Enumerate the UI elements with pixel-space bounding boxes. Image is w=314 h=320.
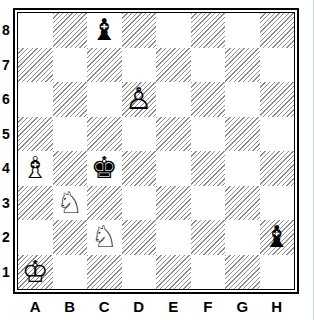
square-g4[interactable] [225,151,260,186]
square-b2[interactable] [53,220,88,255]
square-h8[interactable] [260,13,295,48]
square-c6[interactable] [87,82,122,117]
square-d1[interactable] [122,255,157,290]
square-b7[interactable] [53,48,88,83]
board-inner-border: ♝♙♗♚♘♘♝♔ [17,12,295,290]
piece-black-king: ♚ [91,151,118,186]
file-label-a: A [18,295,53,317]
square-c1[interactable] [87,255,122,290]
square-b8[interactable] [53,13,88,48]
square-g7[interactable] [225,48,260,83]
square-h6[interactable] [260,82,295,117]
square-d2[interactable] [122,220,157,255]
file-label-b: B [53,295,88,317]
square-g5[interactable] [225,117,260,152]
square-g8[interactable] [225,13,260,48]
rank-label-5: 5 [0,117,12,152]
square-e5[interactable] [156,117,191,152]
piece-white-bishop: ♗ [22,151,49,186]
piece-white-king: ♔ [22,255,49,290]
square-f1[interactable] [191,255,226,290]
square-b5[interactable] [53,117,88,152]
file-label-g: G [225,295,260,317]
square-e8[interactable] [156,13,191,48]
square-c4[interactable]: ♚ [87,151,122,186]
square-f3[interactable] [191,186,226,221]
square-b6[interactable] [53,82,88,117]
square-h4[interactable] [260,151,295,186]
square-a4[interactable]: ♗ [18,151,53,186]
square-a3[interactable] [18,186,53,221]
file-label-e: E [156,295,191,317]
chess-diagram: 87654321 ♝♙♗♚♘♘♝♔ ABCDEFGH [0,0,314,320]
square-b1[interactable] [53,255,88,290]
file-label-c: C [87,295,122,317]
square-d6[interactable]: ♙ [122,82,157,117]
rank-labels: 87654321 [0,13,12,289]
square-a2[interactable] [18,220,53,255]
piece-white-knight: ♘ [56,186,83,221]
square-f8[interactable] [191,13,226,48]
square-c7[interactable] [87,48,122,83]
square-d5[interactable] [122,117,157,152]
square-e6[interactable] [156,82,191,117]
square-g3[interactable] [225,186,260,221]
square-b4[interactable] [53,151,88,186]
rank-label-7: 7 [0,48,12,83]
rank-label-2: 2 [0,220,12,255]
square-h5[interactable] [260,117,295,152]
square-c5[interactable] [87,117,122,152]
square-a1[interactable]: ♔ [18,255,53,290]
square-g1[interactable] [225,255,260,290]
square-a7[interactable] [18,48,53,83]
square-e4[interactable] [156,151,191,186]
square-f4[interactable] [191,151,226,186]
piece-white-knight: ♘ [91,220,118,255]
square-a6[interactable] [18,82,53,117]
square-h3[interactable] [260,186,295,221]
square-d7[interactable] [122,48,157,83]
square-b3[interactable]: ♘ [53,186,88,221]
square-c2[interactable]: ♘ [87,220,122,255]
piece-white-pawn: ♙ [125,82,152,117]
square-g6[interactable] [225,82,260,117]
square-e7[interactable] [156,48,191,83]
square-f7[interactable] [191,48,226,83]
square-g2[interactable] [225,220,260,255]
square-c8[interactable]: ♝ [87,13,122,48]
square-h1[interactable] [260,255,295,290]
rank-label-6: 6 [0,82,12,117]
square-c3[interactable] [87,186,122,221]
file-label-f: F [191,295,226,317]
square-h7[interactable] [260,48,295,83]
rank-label-4: 4 [0,151,12,186]
rank-label-8: 8 [0,13,12,48]
square-a5[interactable] [18,117,53,152]
piece-black-bishop: ♝ [263,220,290,255]
square-f6[interactable] [191,82,226,117]
square-h2[interactable]: ♝ [260,220,295,255]
square-f2[interactable] [191,220,226,255]
piece-black-bishop: ♝ [91,13,118,48]
square-d8[interactable] [122,13,157,48]
board-border: ♝♙♗♚♘♘♝♔ [13,8,299,294]
chess-board: ♝♙♗♚♘♘♝♔ [18,13,294,289]
square-f5[interactable] [191,117,226,152]
rank-label-3: 3 [0,186,12,221]
square-e3[interactable] [156,186,191,221]
file-label-h: H [260,295,295,317]
square-d4[interactable] [122,151,157,186]
square-e2[interactable] [156,220,191,255]
file-label-d: D [122,295,157,317]
file-labels: ABCDEFGH [18,295,294,317]
square-e1[interactable] [156,255,191,290]
square-a8[interactable] [18,13,53,48]
square-d3[interactable] [122,186,157,221]
rank-label-1: 1 [0,255,12,290]
